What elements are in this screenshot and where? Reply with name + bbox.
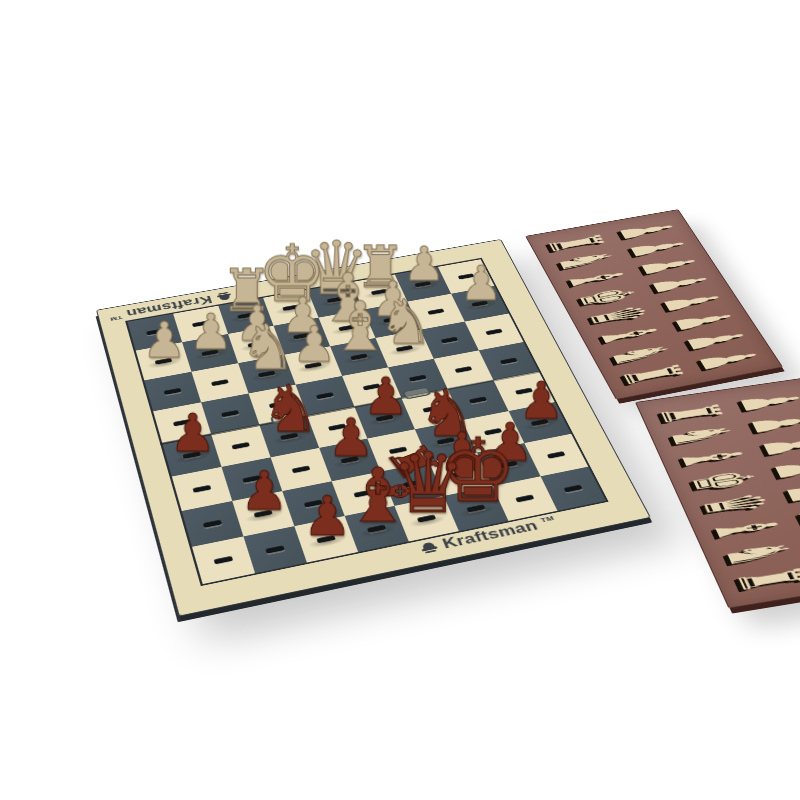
pawn-glyph: ♟ [169,409,216,459]
bishop-glyph: ♝ [330,295,391,360]
punchout-tray-bottom: ♜♟♞♟♝♟♚♟♛♟♝♟♞♟♜♟ [635,377,800,608]
pawn-silhouette: ♟ [750,431,800,459]
pawn-glyph: ♟ [142,317,186,364]
knight-glyph: ♞ [240,318,296,377]
pawn-silhouette: ♟ [687,345,769,373]
pawn-glyph: ♟ [292,321,337,368]
tabletop-plane: KraftsmanTM KraftsmanTM ♜♚♛♜♟♟♟♟♟♝♟♟♞♟♝♞… [96,197,800,778]
pawn-glyph: ♟ [189,309,233,356]
scene: KraftsmanTM KraftsmanTM ♜♚♛♜♟♟♟♟♟♝♟♟♞♟♝♞… [0,0,800,800]
piece-slot-cutout [458,273,475,279]
bishop-glyph: ♝ [344,461,411,532]
pawn-glyph: ♟ [303,491,352,543]
knight-glyph: ♞ [261,378,319,439]
piece-slot-cutout [471,301,488,307]
product-photo: KraftsmanTM KraftsmanTM ♜♚♛♜♟♟♟♟♟♝♟♟♞♟♝♞… [0,0,800,800]
pawn-glyph: ♟ [240,466,288,517]
